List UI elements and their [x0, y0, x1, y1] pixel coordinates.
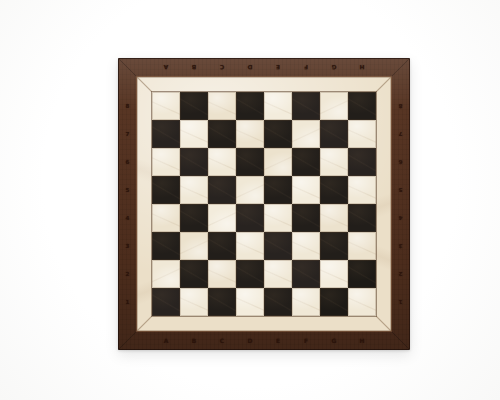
square-g3[interactable]: [320, 232, 348, 260]
square-f8[interactable]: [292, 92, 320, 120]
square-c4[interactable]: [208, 204, 236, 232]
file-labels-top: ABCDEFGH: [152, 58, 376, 77]
file-label-top-a: A: [154, 59, 178, 75]
rank-label-left-2: 2: [120, 263, 135, 285]
square-c3[interactable]: [208, 232, 236, 260]
square-b3[interactable]: [180, 232, 208, 260]
rank-label-left-7: 7: [120, 123, 135, 145]
file-label-bottom-h: H: [350, 332, 374, 348]
rank-label-right-4: 4: [393, 207, 408, 229]
square-c1[interactable]: [208, 288, 236, 316]
square-e6[interactable]: [264, 148, 292, 176]
rank-label-left-3: 3: [120, 235, 135, 257]
square-a2[interactable]: [152, 260, 180, 288]
square-d3[interactable]: [236, 232, 264, 260]
square-c2[interactable]: [208, 260, 236, 288]
square-g1[interactable]: [320, 288, 348, 316]
square-e8[interactable]: [264, 92, 292, 120]
file-label-bottom-d: D: [238, 332, 262, 348]
file-label-top-c: C: [210, 59, 234, 75]
square-h7[interactable]: [348, 120, 376, 148]
square-c5[interactable]: [208, 176, 236, 204]
square-e3[interactable]: [264, 232, 292, 260]
rank-label-right-5: 5: [393, 179, 408, 201]
rank-label-left-6: 6: [120, 151, 135, 173]
file-label-top-d: D: [238, 59, 262, 75]
rank-label-right-7: 7: [393, 123, 408, 145]
square-a4[interactable]: [152, 204, 180, 232]
frame-mitre-bottom-right: [391, 331, 410, 350]
margin-mitre-bottom-left: [137, 316, 152, 331]
square-b8[interactable]: [180, 92, 208, 120]
rank-label-left-1: 1: [120, 291, 135, 313]
square-b4[interactable]: [180, 204, 208, 232]
square-e1[interactable]: [264, 288, 292, 316]
square-h8[interactable]: [348, 92, 376, 120]
square-c8[interactable]: [208, 92, 236, 120]
rank-label-right-2: 2: [393, 263, 408, 285]
square-e2[interactable]: [264, 260, 292, 288]
frame-mitre-top-right: [391, 58, 410, 77]
square-c7[interactable]: [208, 120, 236, 148]
photo-background: ABCDEFGH ABCDEFGH 87654321 87654321: [0, 0, 500, 400]
rank-label-left-8: 8: [120, 95, 135, 117]
square-g6[interactable]: [320, 148, 348, 176]
square-h6[interactable]: [348, 148, 376, 176]
square-g5[interactable]: [320, 176, 348, 204]
square-h2[interactable]: [348, 260, 376, 288]
square-e4[interactable]: [264, 204, 292, 232]
file-labels-bottom: ABCDEFGH: [152, 331, 376, 350]
square-e7[interactable]: [264, 120, 292, 148]
chess-board: ABCDEFGH ABCDEFGH 87654321 87654321: [118, 58, 410, 350]
rank-label-right-3: 3: [393, 235, 408, 257]
square-f4[interactable]: [292, 204, 320, 232]
rank-label-left-5: 5: [120, 179, 135, 201]
square-a8[interactable]: [152, 92, 180, 120]
frame-mitre-bottom-left: [118, 331, 137, 350]
file-label-top-g: G: [322, 59, 346, 75]
square-f5[interactable]: [292, 176, 320, 204]
square-a6[interactable]: [152, 148, 180, 176]
file-label-top-f: F: [294, 59, 318, 75]
square-b2[interactable]: [180, 260, 208, 288]
square-g2[interactable]: [320, 260, 348, 288]
square-f2[interactable]: [292, 260, 320, 288]
square-b7[interactable]: [180, 120, 208, 148]
square-f6[interactable]: [292, 148, 320, 176]
square-e5[interactable]: [264, 176, 292, 204]
board-grid: [152, 92, 376, 316]
square-f3[interactable]: [292, 232, 320, 260]
square-b5[interactable]: [180, 176, 208, 204]
file-label-bottom-a: A: [154, 332, 178, 348]
square-b1[interactable]: [180, 288, 208, 316]
square-d5[interactable]: [236, 176, 264, 204]
square-a5[interactable]: [152, 176, 180, 204]
margin-mitre-bottom-right: [376, 316, 391, 331]
margin-mitre-top-right: [376, 77, 391, 92]
square-h3[interactable]: [348, 232, 376, 260]
square-f7[interactable]: [292, 120, 320, 148]
square-a3[interactable]: [152, 232, 180, 260]
square-h5[interactable]: [348, 176, 376, 204]
rank-label-left-4: 4: [120, 207, 135, 229]
rank-label-right-1: 1: [393, 291, 408, 313]
square-f1[interactable]: [292, 288, 320, 316]
square-d1[interactable]: [236, 288, 264, 316]
file-label-bottom-b: B: [182, 332, 206, 348]
square-d8[interactable]: [236, 92, 264, 120]
square-a7[interactable]: [152, 120, 180, 148]
square-d6[interactable]: [236, 148, 264, 176]
square-c6[interactable]: [208, 148, 236, 176]
square-d7[interactable]: [236, 120, 264, 148]
square-g8[interactable]: [320, 92, 348, 120]
square-g4[interactable]: [320, 204, 348, 232]
square-d4[interactable]: [236, 204, 264, 232]
file-label-bottom-g: G: [322, 332, 346, 348]
file-label-bottom-f: F: [294, 332, 318, 348]
frame-mitre-top-left: [118, 58, 137, 77]
square-d2[interactable]: [236, 260, 264, 288]
square-b6[interactable]: [180, 148, 208, 176]
square-g7[interactable]: [320, 120, 348, 148]
rank-label-right-8: 8: [393, 95, 408, 117]
rank-labels-right: 87654321: [391, 92, 410, 316]
rank-labels-left: 87654321: [118, 92, 137, 316]
file-label-bottom-c: C: [210, 332, 234, 348]
rank-label-right-6: 6: [393, 151, 408, 173]
file-label-bottom-e: E: [266, 332, 290, 348]
file-label-top-h: H: [350, 59, 374, 75]
square-a1[interactable]: [152, 288, 180, 316]
file-label-top-e: E: [266, 59, 290, 75]
square-h1[interactable]: [348, 288, 376, 316]
margin-mitre-top-left: [137, 77, 152, 92]
file-label-top-b: B: [182, 59, 206, 75]
square-h4[interactable]: [348, 204, 376, 232]
